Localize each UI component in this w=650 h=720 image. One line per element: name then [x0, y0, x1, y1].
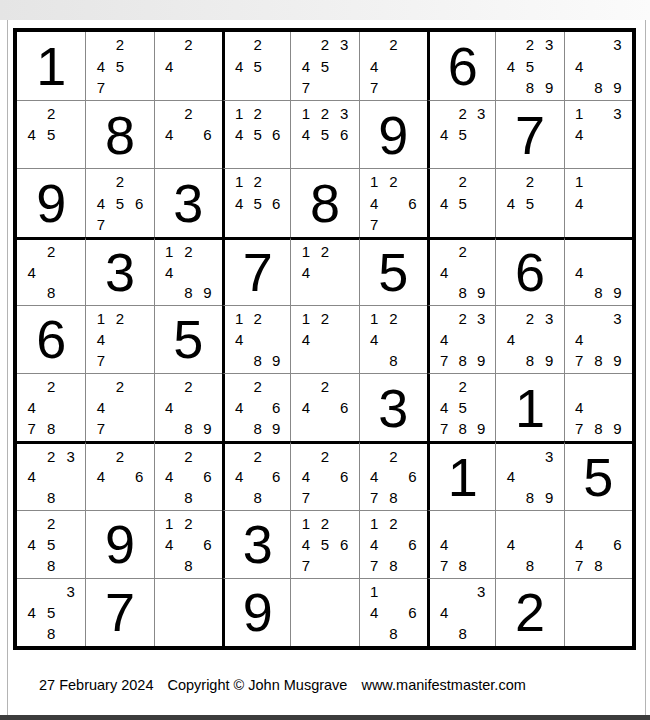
- candidate-4: 4: [160, 124, 179, 145]
- candidate-5: 5: [110, 55, 129, 76]
- candidate-4: 4: [160, 467, 179, 487]
- footer: 27 February 2024 Copyright © John Musgra…: [39, 677, 526, 693]
- candidate-8: 8: [384, 623, 403, 644]
- candidate-7: 7: [296, 555, 315, 576]
- candidate-7: 7: [91, 350, 110, 371]
- candidate-8: 8: [248, 418, 266, 439]
- cell-r3c8[interactable]: 245: [495, 168, 563, 236]
- candidate-3: 3: [472, 103, 490, 124]
- candidate-4: 4: [365, 193, 384, 214]
- candidate-5: 5: [453, 397, 471, 418]
- cell-r1c9[interactable]: 3489: [564, 32, 632, 100]
- cell-r6c2[interactable]: 247: [85, 373, 153, 441]
- candidate-4: 4: [435, 397, 453, 418]
- page-right-edge: [645, 20, 646, 715]
- cell-r5c4[interactable]: 12489: [222, 305, 290, 373]
- cell-r9c4[interactable]: 9: [222, 578, 290, 646]
- cell-r2c5[interactable]: 123456: [290, 100, 358, 168]
- solved-digit: 9: [225, 579, 290, 646]
- website-text: www.manifestmaster.com: [361, 677, 525, 693]
- cell-r2c7[interactable]: 2345: [427, 100, 495, 168]
- candidate-5: 5: [110, 193, 129, 214]
- candidate-6: 6: [198, 467, 217, 487]
- window-bottom-bar: [0, 715, 650, 720]
- cell-r4c3[interactable]: 12489: [154, 237, 222, 305]
- cell-r3c9[interactable]: 14: [564, 168, 632, 236]
- pencil-marks: 3489: [496, 444, 563, 509]
- candidate-2: 2: [384, 308, 403, 329]
- solved-digit: 7: [225, 240, 290, 305]
- candidate-1: 1: [91, 308, 110, 329]
- solved-digit: 9: [17, 169, 85, 236]
- cell-r1c7[interactable]: 6: [427, 32, 495, 100]
- candidate-4: 4: [91, 193, 110, 214]
- candidate-2: 2: [41, 103, 60, 124]
- candidate-8: 8: [589, 350, 608, 371]
- cell-r9c1[interactable]: 3458: [17, 578, 85, 646]
- pencil-marks: 24689: [225, 374, 290, 441]
- candidate-2: 2: [179, 34, 198, 55]
- candidate-2: 2: [179, 513, 198, 534]
- candidate-1: 1: [230, 308, 248, 329]
- candidate-4: 4: [160, 262, 179, 282]
- pencil-marks: 2348: [17, 444, 85, 509]
- cell-r5c7[interactable]: 234789: [427, 305, 495, 373]
- candidate-4: 4: [22, 397, 41, 418]
- candidate-6: 6: [608, 534, 627, 555]
- cell-r8c6[interactable]: 124678: [359, 510, 427, 578]
- cell-r6c5[interactable]: 246: [290, 373, 358, 441]
- candidate-3: 3: [608, 308, 627, 329]
- candidate-7: 7: [22, 418, 41, 439]
- candidate-2: 2: [453, 308, 471, 329]
- candidate-7: 7: [570, 418, 589, 439]
- cell-r1c4[interactable]: 245: [222, 32, 290, 100]
- cell-r1c6[interactable]: 247: [359, 32, 427, 100]
- candidate-2: 2: [453, 103, 471, 124]
- candidate-7: 7: [570, 350, 589, 371]
- cell-r8c1[interactable]: 2458: [17, 510, 85, 578]
- candidate-3: 3: [540, 34, 559, 55]
- cell-r5c5[interactable]: 124: [290, 305, 358, 373]
- candidate-2: 2: [315, 103, 334, 124]
- cell-r9c9[interactable]: [564, 578, 632, 646]
- candidate-2: 2: [179, 376, 198, 397]
- candidate-1: 1: [296, 242, 315, 262]
- cell-r7c2[interactable]: 246: [85, 441, 153, 509]
- pencil-marks: 124567: [291, 511, 358, 578]
- cell-r7c3[interactable]: 2468: [154, 441, 222, 509]
- candidate-2: 2: [315, 446, 334, 466]
- pencil-marks: 12468: [155, 511, 222, 578]
- candidate-2: 2: [384, 446, 403, 466]
- candidate-2: 2: [110, 171, 129, 192]
- candidate-3: 3: [472, 581, 490, 602]
- candidate-4: 4: [570, 262, 589, 282]
- candidate-1: 1: [365, 581, 384, 602]
- candidate-2: 2: [248, 376, 266, 397]
- cell-r7c6[interactable]: 24678: [359, 441, 427, 509]
- candidate-3: 3: [335, 103, 354, 124]
- cell-r9c7[interactable]: 348: [427, 578, 495, 646]
- candidate-4: 4: [501, 329, 520, 350]
- candidate-1: 1: [160, 513, 179, 534]
- candidate-4: 4: [501, 193, 520, 214]
- cell-r3c4[interactable]: 12456: [222, 168, 290, 236]
- cell-r2c2[interactable]: 8: [85, 100, 153, 168]
- candidate-4: 4: [501, 467, 520, 487]
- pencil-marks: 247: [86, 374, 153, 441]
- solved-digit: 5: [155, 306, 222, 373]
- candidate-7: 7: [365, 214, 384, 235]
- candidate-7: 7: [570, 555, 589, 576]
- pencil-marks: 12456: [225, 101, 290, 168]
- cell-r2c1[interactable]: 245: [17, 100, 85, 168]
- candidate-8: 8: [179, 282, 198, 302]
- candidate-4: 4: [230, 124, 248, 145]
- cell-r1c2[interactable]: 2457: [85, 32, 153, 100]
- candidate-9: 9: [472, 350, 490, 371]
- sudoku-page: 1245724245234572476234589348924582461245…: [0, 0, 650, 720]
- cell-r6c6[interactable]: 3: [359, 373, 427, 441]
- candidate-6: 6: [130, 193, 149, 214]
- candidate-6: 6: [130, 467, 149, 487]
- cell-r8c4[interactable]: 3: [222, 510, 290, 578]
- cell-r4c1[interactable]: 248: [17, 237, 85, 305]
- candidate-4: 4: [570, 193, 589, 214]
- page-left-edge: [7, 20, 8, 715]
- cell-r8c7[interactable]: 478: [427, 510, 495, 578]
- cell-r3c5[interactable]: 8: [290, 168, 358, 236]
- pencil-marks: 245: [17, 101, 85, 168]
- candidate-7: 7: [296, 77, 315, 98]
- candidate-3: 3: [472, 308, 490, 329]
- candidate-6: 6: [267, 193, 285, 214]
- candidate-2: 2: [384, 171, 403, 192]
- candidate-4: 4: [435, 534, 453, 555]
- candidate-4: 4: [22, 467, 41, 487]
- pencil-marks: 2489: [155, 374, 222, 441]
- cell-r5c3[interactable]: 5: [154, 305, 222, 373]
- candidate-4: 4: [91, 329, 110, 350]
- solved-digit: 5: [565, 444, 632, 509]
- candidate-5: 5: [315, 55, 334, 76]
- pencil-marks: 2478: [17, 374, 85, 441]
- cell-r9c6[interactable]: 1468: [359, 578, 427, 646]
- candidate-2: 2: [179, 446, 198, 466]
- puzzle-date: 27 February 2024: [39, 677, 153, 693]
- solved-digit: 1: [430, 444, 495, 509]
- pencil-marks: 12489: [155, 240, 222, 305]
- candidate-2: 2: [315, 513, 334, 534]
- solved-digit: 1: [496, 374, 563, 441]
- candidate-4: 4: [435, 193, 453, 214]
- cell-r3c1[interactable]: 9: [17, 168, 85, 236]
- cell-r6c7[interactable]: 245789: [427, 373, 495, 441]
- candidate-1: 1: [365, 513, 384, 534]
- candidate-2: 2: [315, 308, 334, 329]
- candidate-4: 4: [91, 397, 110, 418]
- candidate-1: 1: [230, 103, 248, 124]
- pencil-marks: 2468: [225, 444, 290, 509]
- candidate-5: 5: [453, 193, 471, 214]
- candidate-3: 3: [61, 581, 80, 602]
- pencil-marks: 478: [430, 511, 495, 578]
- cell-r3c7[interactable]: 245: [427, 168, 495, 236]
- candidate-2: 2: [315, 376, 334, 397]
- cell-r6c8[interactable]: 1: [495, 373, 563, 441]
- pencil-marks: 1468: [360, 579, 427, 646]
- candidate-9: 9: [608, 418, 627, 439]
- candidate-4: 4: [22, 124, 41, 145]
- cell-r2c6[interactable]: 9: [359, 100, 427, 168]
- candidate-2: 2: [110, 376, 129, 397]
- candidate-5: 5: [248, 124, 266, 145]
- candidate-8: 8: [453, 623, 471, 644]
- solved-digit: 9: [360, 101, 427, 168]
- pencil-marks: 4678: [565, 511, 632, 578]
- cell-r8c8[interactable]: 48: [495, 510, 563, 578]
- candidate-4: 4: [296, 467, 315, 487]
- cell-r6c4[interactable]: 24689: [222, 373, 290, 441]
- candidate-4: 4: [365, 534, 384, 555]
- pencil-marks: 124: [291, 240, 358, 305]
- cell-r2c9[interactable]: 134: [564, 100, 632, 168]
- candidate-2: 2: [179, 242, 198, 262]
- cell-r3c2[interactable]: 24567: [85, 168, 153, 236]
- sudoku-board: 1245724245234572476234589348924582461245…: [13, 28, 636, 650]
- cell-r3c6[interactable]: 12467: [359, 168, 427, 236]
- cell-r8c9[interactable]: 4678: [564, 510, 632, 578]
- candidate-9: 9: [608, 282, 627, 302]
- solved-digit: 8: [291, 169, 358, 236]
- candidate-4: 4: [22, 534, 41, 555]
- pencil-marks: 2345: [430, 101, 495, 168]
- cell-r7c1[interactable]: 2348: [17, 441, 85, 509]
- cell-r1c3[interactable]: 24: [154, 32, 222, 100]
- cell-r9c3[interactable]: [154, 578, 222, 646]
- candidate-4: 4: [435, 262, 453, 282]
- cell-r9c5[interactable]: [290, 578, 358, 646]
- candidate-2: 2: [248, 34, 266, 55]
- candidate-9: 9: [540, 77, 559, 98]
- cell-r4c8[interactable]: 6: [495, 237, 563, 305]
- candidate-2: 2: [315, 34, 334, 55]
- cell-r7c4[interactable]: 2468: [222, 441, 290, 509]
- candidate-5: 5: [41, 602, 60, 623]
- cell-r4c2[interactable]: 3: [85, 237, 153, 305]
- candidate-3: 3: [540, 446, 559, 466]
- pencil-marks: 23457: [291, 32, 358, 100]
- candidate-3: 3: [608, 34, 627, 55]
- solved-digit: 5: [360, 240, 427, 305]
- cell-r5c2[interactable]: 1247: [85, 305, 153, 373]
- solved-digit: 3: [155, 169, 222, 236]
- candidate-5: 5: [520, 55, 539, 76]
- pencil-marks: 3489: [565, 32, 632, 100]
- pencil-marks: [155, 579, 222, 646]
- cell-r4c4[interactable]: 7: [222, 237, 290, 305]
- candidate-8: 8: [520, 350, 539, 371]
- candidate-7: 7: [435, 350, 453, 371]
- cell-r9c8[interactable]: 2: [495, 578, 563, 646]
- candidate-1: 1: [365, 171, 384, 192]
- candidate-1: 1: [160, 242, 179, 262]
- pencil-marks: 12467: [360, 169, 427, 236]
- cell-r1c8[interactable]: 234589: [495, 32, 563, 100]
- candidate-8: 8: [520, 77, 539, 98]
- pencil-marks: 234589: [496, 32, 563, 100]
- candidate-9: 9: [267, 418, 285, 439]
- candidate-4: 4: [22, 602, 41, 623]
- candidate-9: 9: [472, 418, 490, 439]
- cell-r5c1[interactable]: 6: [17, 305, 85, 373]
- candidate-5: 5: [41, 124, 60, 145]
- cell-r7c9[interactable]: 5: [564, 441, 632, 509]
- pencil-marks: 1247: [86, 306, 153, 373]
- candidate-4: 4: [296, 262, 315, 282]
- candidate-8: 8: [520, 555, 539, 576]
- solved-digit: [565, 579, 632, 646]
- candidate-7: 7: [91, 214, 110, 235]
- candidate-1: 1: [296, 308, 315, 329]
- candidate-4: 4: [91, 467, 110, 487]
- candidate-2: 2: [520, 34, 539, 55]
- cell-r4c9[interactable]: 489: [564, 237, 632, 305]
- candidate-8: 8: [384, 487, 403, 507]
- pencil-marks: 348: [430, 579, 495, 646]
- candidate-4: 4: [230, 467, 248, 487]
- cell-r2c4[interactable]: 12456: [222, 100, 290, 168]
- candidate-6: 6: [403, 602, 422, 623]
- candidate-2: 2: [41, 242, 60, 262]
- candidate-4: 4: [570, 329, 589, 350]
- cell-r1c1[interactable]: 1: [17, 32, 85, 100]
- cell-r5c6[interactable]: 1248: [359, 305, 427, 373]
- candidate-9: 9: [540, 487, 559, 507]
- cell-r9c2[interactable]: 7: [85, 578, 153, 646]
- candidate-3: 3: [335, 34, 354, 55]
- cell-r6c9[interactable]: 4789: [564, 373, 632, 441]
- candidate-6: 6: [403, 193, 422, 214]
- pencil-marks: 247: [360, 32, 427, 100]
- pencil-marks: 2468: [155, 444, 222, 509]
- candidate-5: 5: [41, 534, 60, 555]
- candidate-9: 9: [198, 282, 217, 302]
- candidate-4: 4: [160, 397, 179, 418]
- candidate-6: 6: [267, 397, 285, 418]
- candidate-8: 8: [520, 487, 539, 507]
- cell-r8c3[interactable]: 12468: [154, 510, 222, 578]
- candidate-8: 8: [384, 555, 403, 576]
- candidate-4: 4: [22, 262, 41, 282]
- cell-r4c7[interactable]: 2489: [427, 237, 495, 305]
- candidate-4: 4: [365, 467, 384, 487]
- candidate-7: 7: [365, 555, 384, 576]
- cell-r3c3[interactable]: 3: [154, 168, 222, 236]
- candidate-8: 8: [453, 350, 471, 371]
- pencil-marks: 123456: [291, 101, 358, 168]
- pencil-marks: 248: [17, 240, 85, 305]
- solved-digit: 3: [360, 374, 427, 441]
- pencil-marks: 246: [155, 101, 222, 168]
- candidate-8: 8: [41, 487, 60, 507]
- candidate-4: 4: [296, 329, 315, 350]
- candidate-2: 2: [248, 171, 266, 192]
- cell-r1c5[interactable]: 23457: [290, 32, 358, 100]
- candidate-2: 2: [384, 34, 403, 55]
- pencil-marks: [291, 579, 358, 646]
- candidate-4: 4: [570, 534, 589, 555]
- cell-r6c1[interactable]: 2478: [17, 373, 85, 441]
- candidate-4: 4: [501, 55, 520, 76]
- candidate-6: 6: [335, 397, 354, 418]
- candidate-2: 2: [520, 171, 539, 192]
- pencil-marks: 48: [496, 511, 563, 578]
- candidate-6: 6: [267, 124, 285, 145]
- cell-r7c5[interactable]: 2467: [290, 441, 358, 509]
- solved-digit: 9: [86, 511, 153, 578]
- window-top-bar: [0, 0, 650, 20]
- cell-r4c6[interactable]: 5: [359, 237, 427, 305]
- cell-r5c9[interactable]: 34789: [564, 305, 632, 373]
- cell-r8c2[interactable]: 9: [85, 510, 153, 578]
- cell-r6c3[interactable]: 2489: [154, 373, 222, 441]
- candidate-4: 4: [296, 397, 315, 418]
- candidate-7: 7: [296, 487, 315, 507]
- cell-r2c3[interactable]: 246: [154, 100, 222, 168]
- solved-digit: 3: [86, 240, 153, 305]
- pencil-marks: 246: [291, 374, 358, 441]
- candidate-6: 6: [403, 467, 422, 487]
- cell-r8c5[interactable]: 124567: [290, 510, 358, 578]
- pencil-marks: 246: [86, 444, 153, 509]
- cell-r5c8[interactable]: 23489: [495, 305, 563, 373]
- candidate-2: 2: [453, 171, 471, 192]
- candidate-5: 5: [315, 124, 334, 145]
- cell-r7c8[interactable]: 3489: [495, 441, 563, 509]
- pencil-marks: 14: [565, 169, 632, 236]
- pencil-marks: 234789: [430, 306, 495, 373]
- solved-digit: 1: [17, 32, 85, 100]
- pencil-marks: 245789: [430, 374, 495, 441]
- candidate-2: 2: [41, 513, 60, 534]
- candidate-4: 4: [570, 124, 589, 145]
- candidate-7: 7: [435, 418, 453, 439]
- candidate-2: 2: [315, 242, 334, 262]
- solved-digit: 8: [86, 101, 153, 168]
- pencil-marks: 1248: [360, 306, 427, 373]
- candidate-2: 2: [41, 446, 60, 466]
- candidate-7: 7: [91, 418, 110, 439]
- candidate-3: 3: [61, 446, 80, 466]
- cell-r4c5[interactable]: 124: [290, 237, 358, 305]
- candidate-4: 4: [365, 329, 384, 350]
- candidate-2: 2: [453, 242, 471, 262]
- candidate-4: 4: [230, 193, 248, 214]
- candidate-6: 6: [335, 534, 354, 555]
- candidate-4: 4: [230, 55, 248, 76]
- candidate-6: 6: [198, 124, 217, 145]
- cell-r2c8[interactable]: 7: [495, 100, 563, 168]
- candidate-8: 8: [589, 555, 608, 576]
- candidate-7: 7: [365, 77, 384, 98]
- candidate-1: 1: [296, 513, 315, 534]
- candidate-6: 6: [267, 467, 285, 487]
- candidate-8: 8: [41, 282, 60, 302]
- cell-r7c7[interactable]: 1: [427, 441, 495, 509]
- candidate-4: 4: [570, 397, 589, 418]
